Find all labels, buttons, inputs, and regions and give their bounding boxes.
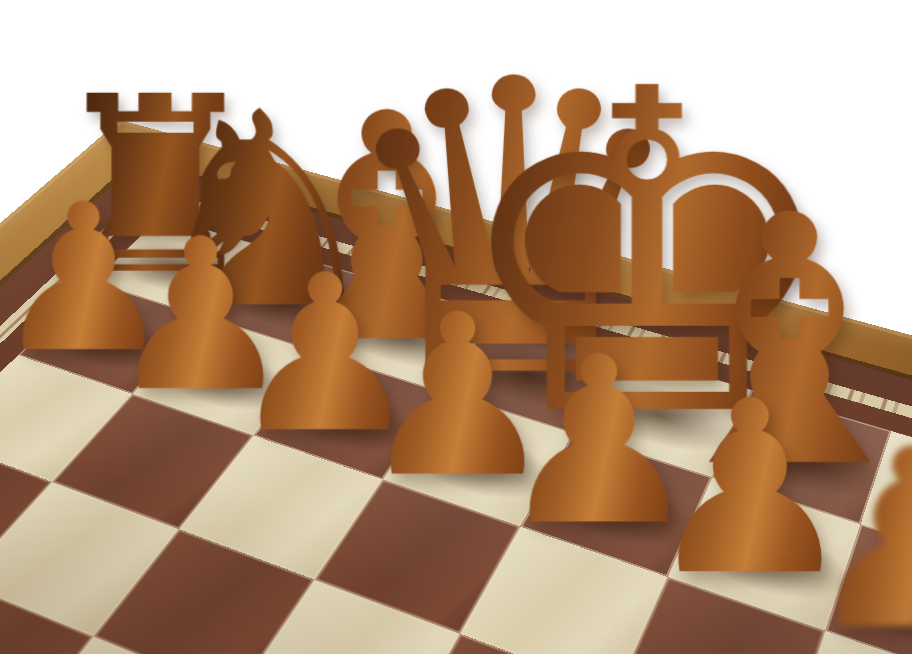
chess-board: ♜♞♝♛♚♝♟♟♟♟♟♟♟ [0,198,912,654]
chess-board-frame: ♜♞♝♛♚♝♟♟♟♟♟♟♟ [0,120,912,654]
inlay-border: ♜♞♝♛♚♝♟♟♟♟♟♟♟ [0,187,912,654]
piece-black-pawn-g7: ♟ [801,422,912,654]
square-g7: ♟ [825,524,912,654]
board-margin: ♜♞♝♛♚♝♟♟♟♟♟♟♟ [0,162,912,654]
photo-background: ♜♞♝♛♚♝♟♟♟♟♟♟♟ [0,0,912,654]
scene: ♜♞♝♛♚♝♟♟♟♟♟♟♟ [0,0,912,654]
